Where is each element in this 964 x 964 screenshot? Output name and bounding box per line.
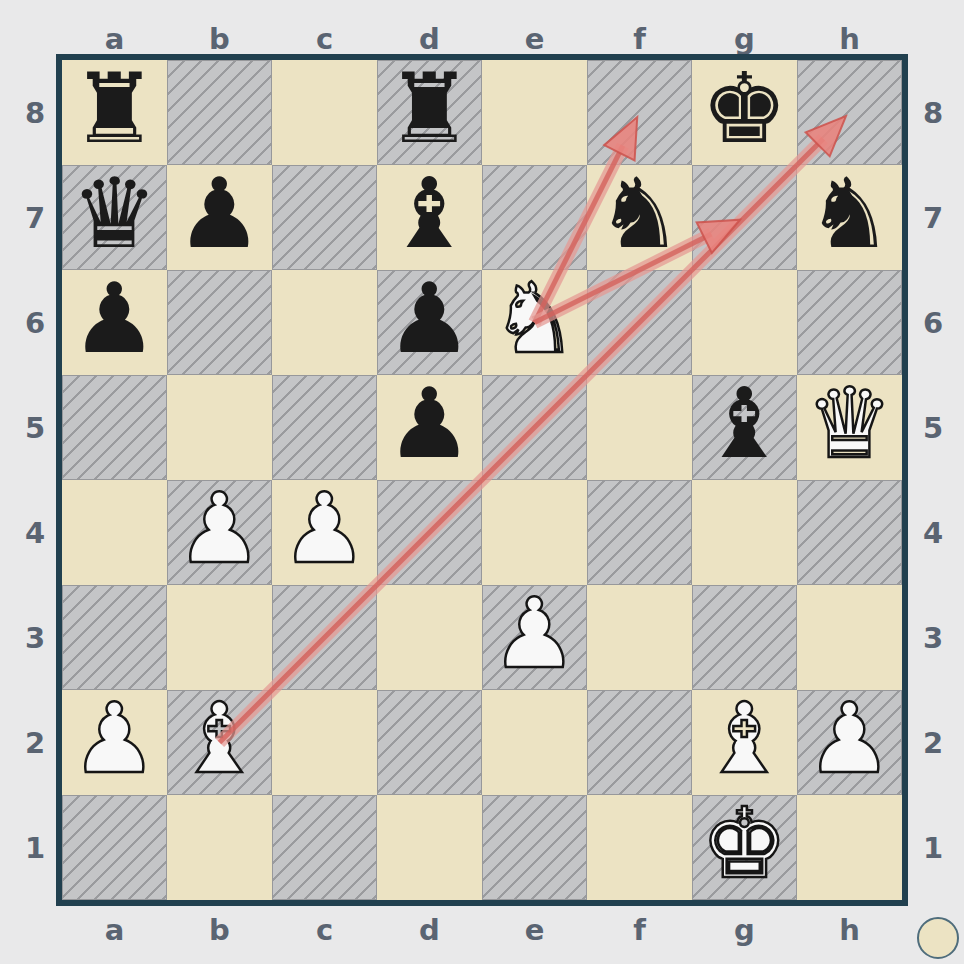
rank-label-4: 4 xyxy=(916,480,950,585)
piece-black-king[interactable]: ♚ xyxy=(701,60,788,157)
file-label-a: a xyxy=(62,913,167,947)
file-label-e: e xyxy=(482,913,587,947)
piece-white-pawn[interactable]: ♟ xyxy=(281,480,368,577)
square-f6[interactable] xyxy=(587,270,692,375)
chess-board: ♜♜♚♛♟♝♞♞♟♟♞♟♝♛♟♟♟♟♝♝♟♚ xyxy=(56,54,908,906)
square-e7[interactable] xyxy=(482,165,587,270)
piece-black-rook[interactable]: ♜ xyxy=(71,60,158,157)
file-label-e: e xyxy=(482,22,587,56)
file-label-g: g xyxy=(692,913,797,947)
rank-labels-right: 87654321 xyxy=(916,60,950,900)
square-a4[interactable] xyxy=(62,480,167,585)
square-c7[interactable] xyxy=(272,165,377,270)
file-label-d: d xyxy=(377,22,482,56)
file-labels-top: abcdefgh xyxy=(62,22,902,56)
rank-label-3: 3 xyxy=(20,585,50,690)
square-c6[interactable] xyxy=(272,270,377,375)
square-a3[interactable] xyxy=(62,585,167,690)
chess-diagram: abcdefgh abcdefgh 87654321 87654321 ♜♜♚♛… xyxy=(0,0,964,964)
square-c1[interactable] xyxy=(272,795,377,900)
square-h1[interactable] xyxy=(797,795,902,900)
square-a2[interactable]: ♟ xyxy=(62,690,167,795)
rank-label-4: 4 xyxy=(20,480,50,585)
file-label-a: a xyxy=(62,22,167,56)
piece-black-knight[interactable]: ♞ xyxy=(596,165,683,262)
rank-label-7: 7 xyxy=(20,165,50,270)
square-c5[interactable] xyxy=(272,375,377,480)
square-f3[interactable] xyxy=(587,585,692,690)
square-g2[interactable]: ♝ xyxy=(692,690,797,795)
square-d3[interactable] xyxy=(377,585,482,690)
file-labels-bottom: abcdefgh xyxy=(62,913,902,947)
piece-black-knight[interactable]: ♞ xyxy=(806,165,893,262)
square-d4[interactable] xyxy=(377,480,482,585)
square-e3[interactable]: ♟ xyxy=(482,585,587,690)
piece-black-queen[interactable]: ♛ xyxy=(71,165,158,262)
square-h2[interactable]: ♟ xyxy=(797,690,902,795)
rank-label-1: 1 xyxy=(916,795,950,900)
square-e5[interactable] xyxy=(482,375,587,480)
rank-label-3: 3 xyxy=(916,585,950,690)
square-a1[interactable] xyxy=(62,795,167,900)
square-g6[interactable] xyxy=(692,270,797,375)
square-a5[interactable] xyxy=(62,375,167,480)
rank-label-7: 7 xyxy=(916,165,950,270)
file-label-b: b xyxy=(167,22,272,56)
square-c4[interactable]: ♟ xyxy=(272,480,377,585)
rank-labels-left: 87654321 xyxy=(20,60,50,900)
square-b5[interactable] xyxy=(167,375,272,480)
square-h4[interactable] xyxy=(797,480,902,585)
file-label-c: c xyxy=(272,913,377,947)
square-e6[interactable]: ♞ xyxy=(482,270,587,375)
piece-white-pawn[interactable]: ♟ xyxy=(491,585,578,682)
piece-black-pawn[interactable]: ♟ xyxy=(386,375,473,472)
piece-black-bishop[interactable]: ♝ xyxy=(701,375,788,472)
file-label-f: f xyxy=(587,22,692,56)
square-f8[interactable] xyxy=(587,60,692,165)
square-f2[interactable] xyxy=(587,690,692,795)
square-b3[interactable] xyxy=(167,585,272,690)
piece-black-bishop[interactable]: ♝ xyxy=(386,165,473,262)
square-f5[interactable] xyxy=(587,375,692,480)
square-e1[interactable] xyxy=(482,795,587,900)
rank-label-6: 6 xyxy=(916,270,950,375)
square-h3[interactable] xyxy=(797,585,902,690)
square-b7[interactable]: ♟ xyxy=(167,165,272,270)
file-label-c: c xyxy=(272,22,377,56)
file-label-b: b xyxy=(167,913,272,947)
square-h7[interactable]: ♞ xyxy=(797,165,902,270)
square-f1[interactable] xyxy=(587,795,692,900)
square-e4[interactable] xyxy=(482,480,587,585)
rank-label-8: 8 xyxy=(20,60,50,165)
square-g5[interactable]: ♝ xyxy=(692,375,797,480)
square-c3[interactable] xyxy=(272,585,377,690)
square-f7[interactable]: ♞ xyxy=(587,165,692,270)
side-to-move-indicator xyxy=(917,917,959,959)
square-b4[interactable]: ♟ xyxy=(167,480,272,585)
square-c2[interactable] xyxy=(272,690,377,795)
file-label-f: f xyxy=(587,913,692,947)
square-a6[interactable]: ♟ xyxy=(62,270,167,375)
piece-white-king[interactable]: ♚ xyxy=(701,795,788,892)
square-d2[interactable] xyxy=(377,690,482,795)
square-e8[interactable] xyxy=(482,60,587,165)
piece-white-knight[interactable]: ♞ xyxy=(491,270,578,367)
piece-white-bishop[interactable]: ♝ xyxy=(701,690,788,787)
file-label-h: h xyxy=(797,913,902,947)
square-g8[interactable]: ♚ xyxy=(692,60,797,165)
square-h6[interactable] xyxy=(797,270,902,375)
square-e2[interactable] xyxy=(482,690,587,795)
piece-black-pawn[interactable]: ♟ xyxy=(71,270,158,367)
piece-white-pawn[interactable]: ♟ xyxy=(176,480,263,577)
square-f4[interactable] xyxy=(587,480,692,585)
square-g4[interactable] xyxy=(692,480,797,585)
piece-black-pawn[interactable]: ♟ xyxy=(386,270,473,367)
square-b8[interactable] xyxy=(167,60,272,165)
square-d8[interactable]: ♜ xyxy=(377,60,482,165)
square-b1[interactable] xyxy=(167,795,272,900)
file-label-g: g xyxy=(692,22,797,56)
square-h5[interactable]: ♛ xyxy=(797,375,902,480)
rank-label-8: 8 xyxy=(916,60,950,165)
square-d1[interactable] xyxy=(377,795,482,900)
square-d6[interactable]: ♟ xyxy=(377,270,482,375)
rank-label-2: 2 xyxy=(916,690,950,795)
piece-white-pawn[interactable]: ♟ xyxy=(71,690,158,787)
file-label-d: d xyxy=(377,913,482,947)
square-h8[interactable] xyxy=(797,60,902,165)
square-g1[interactable]: ♚ xyxy=(692,795,797,900)
piece-white-bishop[interactable]: ♝ xyxy=(176,690,263,787)
square-d5[interactable]: ♟ xyxy=(377,375,482,480)
rank-label-2: 2 xyxy=(20,690,50,795)
piece-black-pawn[interactable]: ♟ xyxy=(176,165,263,262)
square-c8[interactable] xyxy=(272,60,377,165)
square-b6[interactable] xyxy=(167,270,272,375)
square-g3[interactable] xyxy=(692,585,797,690)
square-g7[interactable] xyxy=(692,165,797,270)
piece-white-pawn[interactable]: ♟ xyxy=(806,690,893,787)
piece-black-rook[interactable]: ♜ xyxy=(386,60,473,157)
square-d7[interactable]: ♝ xyxy=(377,165,482,270)
square-a8[interactable]: ♜ xyxy=(62,60,167,165)
file-label-h: h xyxy=(797,22,902,56)
rank-label-6: 6 xyxy=(20,270,50,375)
square-b2[interactable]: ♝ xyxy=(167,690,272,795)
rank-label-5: 5 xyxy=(916,375,950,480)
square-a7[interactable]: ♛ xyxy=(62,165,167,270)
rank-label-5: 5 xyxy=(20,375,50,480)
piece-white-queen[interactable]: ♛ xyxy=(806,375,893,472)
rank-label-1: 1 xyxy=(20,795,50,900)
